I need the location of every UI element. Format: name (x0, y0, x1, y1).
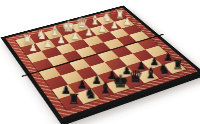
square-e1[interactable]: ♚ (57, 26, 77, 36)
square-e2[interactable]: ♟ (63, 32, 83, 43)
square-b5[interactable] (124, 42, 145, 53)
black-knight[interactable]: ♞ (84, 87, 97, 101)
white-king[interactable]: ♚ (62, 19, 75, 34)
square-h8[interactable]: ♜ (59, 94, 83, 110)
black-bishop[interactable]: ♝ (144, 66, 157, 81)
white-pawn[interactable]: ♟ (123, 17, 131, 26)
square-a5[interactable] (137, 38, 158, 49)
square-d1[interactable]: ♛ (70, 22, 89, 32)
black-knight[interactable]: ♞ (158, 63, 170, 76)
white-pawn[interactable]: ♟ (98, 24, 106, 33)
white-bishop[interactable]: ♝ (89, 15, 100, 27)
black-rook[interactable]: ♜ (68, 93, 80, 107)
square-g1[interactable]: ♞ (29, 33, 49, 44)
square-d4[interactable] (90, 42, 111, 54)
white-pawn[interactable]: ♟ (43, 39, 52, 49)
black-bishop[interactable]: ♝ (99, 81, 113, 96)
white-knight[interactable]: ♞ (102, 12, 112, 23)
square-d2[interactable]: ♟ (76, 29, 96, 40)
chess-board: ♜♞♝♚♛♝♞♜♟♟♟♟♟♟♟♟♟♟♟♟♟♟♟♟♜♞♝♚♛♝♞♜ (1, 5, 200, 122)
white-pawn[interactable]: ♟ (111, 21, 119, 30)
white-pawn[interactable]: ♟ (29, 43, 38, 53)
square-b2[interactable]: ♟ (102, 22, 122, 32)
white-rook[interactable]: ♜ (115, 9, 125, 20)
square-c3[interactable] (96, 32, 116, 43)
chess-scene: ♜♞♝♚♛♝♞♜♟♟♟♟♟♟♟♟♟♟♟♟♟♟♟♟♜♞♝♚♛♝♞♜ (0, 0, 200, 124)
black-rook[interactable]: ♜ (172, 59, 183, 72)
square-a2[interactable]: ♟ (115, 18, 135, 28)
square-e3[interactable] (69, 39, 90, 50)
white-pawn[interactable]: ♟ (57, 35, 66, 45)
white-pawn[interactable]: ♟ (71, 31, 80, 41)
board-squares-grid: ♜♞♝♚♛♝♞♜♟♟♟♟♟♟♟♟♟♟♟♟♟♟♟♟♜♞♝♚♛♝♞♜ (15, 12, 186, 109)
white-rook[interactable]: ♜ (22, 34, 32, 46)
photo-background: ♜♞♝♚♛♝♞♜♟♟♟♟♟♟♟♟♟♟♟♟♟♟♟♟♜♞♝♚♛♝♞♜ (0, 0, 200, 124)
square-b1[interactable]: ♞ (95, 15, 114, 25)
square-f3[interactable] (55, 43, 76, 55)
square-f2[interactable]: ♟ (49, 36, 69, 47)
square-c4[interactable] (103, 39, 124, 50)
white-knight[interactable]: ♞ (36, 30, 47, 42)
square-f1[interactable]: ♝ (43, 29, 63, 40)
black-queen[interactable]: ♛ (128, 69, 143, 85)
square-c1[interactable]: ♝ (83, 19, 102, 29)
black-king[interactable]: ♚ (113, 73, 129, 91)
square-g2[interactable]: ♟ (35, 40, 55, 51)
square-h1[interactable]: ♜ (15, 36, 35, 47)
square-d3[interactable] (83, 35, 103, 46)
white-pawn[interactable]: ♟ (85, 28, 94, 37)
white-queen[interactable]: ♛ (76, 17, 88, 31)
square-b4[interactable] (116, 35, 137, 46)
square-a3[interactable] (122, 25, 142, 35)
square-h2[interactable]: ♟ (21, 43, 41, 55)
square-b3[interactable] (109, 28, 129, 38)
white-bishop[interactable]: ♝ (49, 25, 60, 38)
square-c2[interactable]: ♟ (89, 25, 109, 35)
square-a1[interactable]: ♜ (108, 12, 127, 21)
square-a4[interactable] (129, 31, 150, 42)
